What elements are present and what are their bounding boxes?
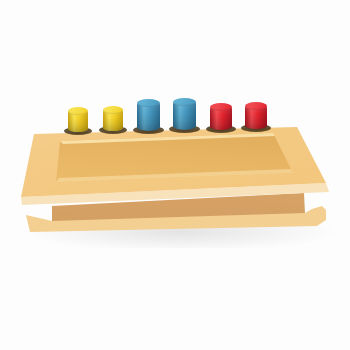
peg-4-cap	[173, 98, 196, 106]
peg-3-cap	[137, 99, 160, 107]
peg-2-cap	[103, 106, 123, 114]
peg-5-cap	[210, 103, 232, 111]
peg-6-cap	[245, 102, 267, 110]
peg-3-blue	[137, 103, 160, 131]
peg-4-blue	[173, 102, 196, 130]
product-photo	[0, 0, 350, 350]
peg-1-cap	[68, 107, 88, 115]
